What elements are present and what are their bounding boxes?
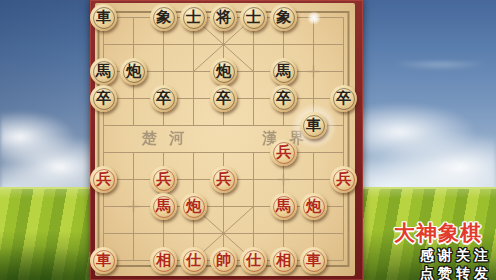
- piece-red-horse[interactable]: 馬: [150, 193, 177, 220]
- piece-black-advisor[interactable]: 士: [180, 4, 207, 31]
- piece-red-advisor[interactable]: 仕: [240, 247, 267, 274]
- piece-glyph: 帥: [216, 253, 231, 268]
- pieces-layer: 車象士将士象馬炮炮馬卒卒卒卒卒車兵兵兵兵兵馬炮馬炮車相仕帥仕相車: [90, 0, 363, 280]
- channel-subtitle-2: 点赞转发: [420, 265, 492, 280]
- piece-glyph: 車: [306, 253, 321, 268]
- piece-black-elephant[interactable]: 象: [150, 4, 177, 31]
- piece-black-horse[interactable]: 馬: [90, 58, 117, 85]
- piece-red-advisor[interactable]: 仕: [180, 247, 207, 274]
- piece-black-cannon[interactable]: 炮: [120, 58, 147, 85]
- piece-glyph: 炮: [126, 64, 141, 79]
- piece-glyph: 馬: [276, 199, 291, 214]
- piece-red-soldier[interactable]: 兵: [330, 166, 357, 193]
- piece-glyph: 兵: [156, 172, 171, 187]
- piece-black-elephant[interactable]: 象: [270, 4, 297, 31]
- piece-glyph: 車: [306, 118, 321, 133]
- piece-glyph: 卒: [216, 91, 231, 106]
- piece-black-soldier[interactable]: 卒: [210, 85, 237, 112]
- piece-glyph: 炮: [306, 199, 321, 214]
- piece-red-general[interactable]: 帥: [210, 247, 237, 274]
- piece-red-chariot[interactable]: 車: [90, 247, 117, 274]
- piece-glyph: 卒: [96, 91, 111, 106]
- piece-glyph: 仕: [246, 253, 261, 268]
- piece-black-soldier[interactable]: 卒: [270, 85, 297, 112]
- piece-glyph: 象: [156, 10, 171, 25]
- piece-glyph: 兵: [276, 145, 291, 160]
- piece-black-cannon[interactable]: 炮: [210, 58, 237, 85]
- piece-glyph: 炮: [216, 64, 231, 79]
- piece-glyph: 馬: [276, 64, 291, 79]
- piece-black-soldier[interactable]: 卒: [90, 85, 117, 112]
- piece-glyph: 炮: [186, 199, 201, 214]
- piece-glyph: 士: [186, 10, 201, 25]
- piece-red-soldier[interactable]: 兵: [270, 139, 297, 166]
- xiangqi-board[interactable]: 楚河 漢界 車象士将士象馬炮炮馬卒卒卒卒卒車兵兵兵兵兵馬炮馬炮車相仕帥仕相車: [90, 0, 363, 280]
- piece-red-elephant[interactable]: 相: [270, 247, 297, 274]
- piece-glyph: 相: [156, 253, 171, 268]
- piece-glyph: 馬: [156, 199, 171, 214]
- piece-glyph: 車: [96, 253, 111, 268]
- piece-red-soldier[interactable]: 兵: [210, 166, 237, 193]
- piece-glyph: 兵: [96, 172, 111, 187]
- screen: 楚河 漢界 車象士将士象馬炮炮馬卒卒卒卒卒車兵兵兵兵兵馬炮馬炮車相仕帥仕相車 大…: [0, 0, 496, 280]
- piece-red-soldier[interactable]: 兵: [90, 166, 117, 193]
- piece-glyph: 卒: [276, 91, 291, 106]
- piece-red-horse[interactable]: 馬: [270, 193, 297, 220]
- piece-glyph: 兵: [336, 172, 351, 187]
- piece-glyph: 卒: [156, 91, 171, 106]
- piece-black-horse[interactable]: 馬: [270, 58, 297, 85]
- piece-glyph: 車: [96, 10, 111, 25]
- piece-glyph: 仕: [186, 253, 201, 268]
- channel-subtitle-1: 感谢关注: [420, 247, 492, 265]
- piece-black-soldier[interactable]: 卒: [150, 85, 177, 112]
- piece-black-chariot[interactable]: 車: [90, 4, 117, 31]
- piece-black-soldier[interactable]: 卒: [330, 85, 357, 112]
- piece-glyph: 馬: [96, 64, 111, 79]
- piece-red-cannon[interactable]: 炮: [300, 193, 327, 220]
- piece-glyph: 象: [276, 10, 291, 25]
- piece-black-general[interactable]: 将: [210, 4, 237, 31]
- piece-red-chariot[interactable]: 車: [300, 247, 327, 274]
- piece-glyph: 相: [276, 253, 291, 268]
- piece-black-advisor[interactable]: 士: [240, 4, 267, 31]
- piece-glyph: 士: [246, 10, 261, 25]
- piece-glyph: 卒: [336, 91, 351, 106]
- piece-red-elephant[interactable]: 相: [150, 247, 177, 274]
- channel-title: 大神象棋: [394, 219, 482, 247]
- piece-glyph: 将: [216, 10, 231, 25]
- piece-glyph: 兵: [216, 172, 231, 187]
- piece-red-cannon[interactable]: 炮: [180, 193, 207, 220]
- piece-black-chariot[interactable]: 車: [300, 112, 327, 139]
- piece-red-soldier[interactable]: 兵: [150, 166, 177, 193]
